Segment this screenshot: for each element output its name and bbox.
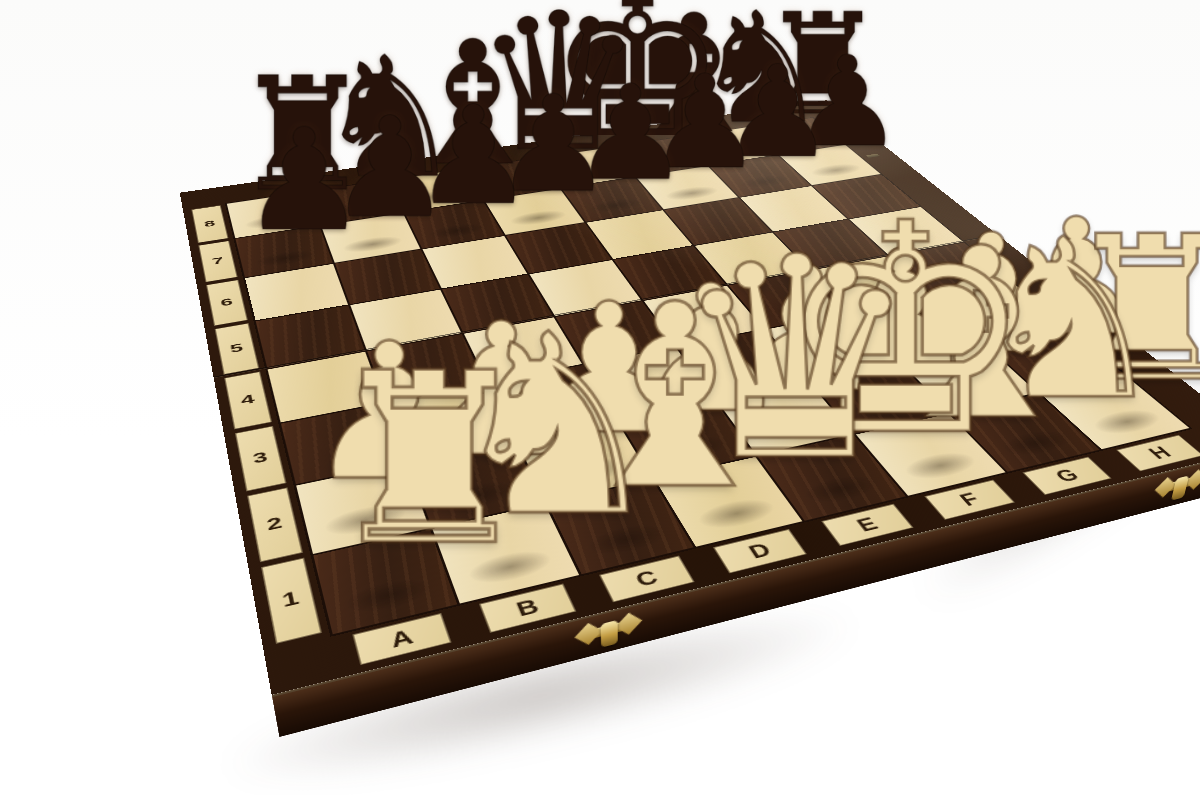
- piece-shadow: [316, 497, 416, 543]
- piece-black-bishop: ♝: [396, 19, 474, 190]
- piece-shadow: [746, 408, 839, 446]
- piece-shadow: [686, 491, 787, 537]
- piece-shadow: [1080, 403, 1174, 441]
- piece-shadow: [575, 516, 678, 564]
- board-grid: ♜♞♝♛♚♝♞♜♟♟♟♟♟♟♟♟♟♟♟♟♟♟♟♟♜♞♝♛♚♝♞♜: [225, 117, 1193, 637]
- perspective-stage: ♜♞♝♛♚♝♞♜♟♟♟♟♟♟♟♟♟♟♟♟♟♟♟♟♜♞♝♛♚♝♞♜ 1234567…: [0, 0, 1200, 795]
- piece-shadow: [1020, 351, 1108, 384]
- piece-shadow: [335, 569, 442, 622]
- brass-clasp-icon: [577, 608, 640, 655]
- chessboard: ♜♞♝♛♚♝♞♜♟♟♟♟♟♟♟♟♟♟♟♟♟♟♟♟♜♞♝♛♚♝♞♜ 1234567…: [180, 100, 1200, 695]
- piece-shadow: [249, 246, 323, 272]
- square-h5: [849, 207, 963, 255]
- piece-black-knight: ♞: [315, 35, 394, 202]
- plaque-rank-1: 1: [261, 558, 322, 644]
- piece-black-bishop: ♝: [621, 0, 695, 156]
- square-a6: [245, 264, 348, 321]
- piece-shadow: [933, 369, 1023, 404]
- piece-shadow: [582, 194, 652, 216]
- plaque-rank-3: 3: [235, 426, 286, 492]
- piece-shadow: [431, 473, 529, 517]
- piece-black-queen: ♛: [473, 0, 550, 178]
- piece-shadow: [503, 207, 574, 230]
- plaque-rank-5: 5: [215, 323, 260, 375]
- brass-clasp-icon: [1153, 465, 1200, 506]
- piece-black-king: ♚: [548, 0, 623, 167]
- piece-black-knight: ♞: [692, 0, 765, 146]
- plaque-rank-4: 4: [224, 371, 272, 429]
- plaque-rank-7: 7: [198, 241, 237, 283]
- plaque-rank-8: 8: [191, 205, 228, 243]
- piece-black-rook: ♜: [760, 0, 832, 136]
- plaque-rank-2: 2: [247, 487, 303, 562]
- piece-black-rook: ♜: [232, 57, 313, 214]
- plaque-rank-6: 6: [206, 280, 248, 326]
- piece-shadow: [988, 424, 1084, 463]
- piece-shadow: [458, 542, 563, 592]
- photo-scene: ♜♞♝♛♚♝♞♜♟♟♟♟♟♟♟♟♟♟♟♟♟♟♟♟♜♞♝♛♚♝♞♜ 1234567…: [0, 0, 1200, 795]
- piece-shadow: [892, 445, 990, 486]
- piece-shadow: [791, 468, 890, 511]
- hinge-pin-icon: [833, 128, 847, 132]
- hinge-pin-icon: [866, 154, 881, 158]
